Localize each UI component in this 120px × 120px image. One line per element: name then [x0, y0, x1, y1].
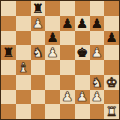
square-e8[interactable]: [60, 1, 75, 16]
square-c2[interactable]: [31, 90, 46, 105]
square-d8[interactable]: [45, 1, 60, 16]
piece-black-pawn[interactable]: ♟: [62, 16, 74, 29]
square-c3[interactable]: [31, 75, 46, 90]
square-f5[interactable]: ♚: [75, 45, 90, 60]
square-c8[interactable]: ♜: [31, 1, 46, 16]
piece-white-bishop[interactable]: ♝: [17, 60, 29, 73]
square-f1[interactable]: [75, 104, 90, 119]
square-b1[interactable]: [16, 104, 31, 119]
square-d5[interactable]: ♟: [45, 45, 60, 60]
square-g6[interactable]: [90, 31, 105, 46]
square-b3[interactable]: [16, 75, 31, 90]
piece-white-pawn[interactable]: ♟: [76, 90, 88, 103]
square-d7[interactable]: [45, 16, 60, 31]
square-b2[interactable]: [16, 90, 31, 105]
square-c5[interactable]: ♞: [31, 45, 46, 60]
piece-white-knight[interactable]: ♞: [91, 75, 103, 88]
square-b8[interactable]: [16, 1, 31, 16]
square-e7[interactable]: ♟: [60, 16, 75, 31]
square-g5[interactable]: ♟: [90, 45, 105, 60]
square-b7[interactable]: [16, 16, 31, 31]
square-e4[interactable]: [60, 60, 75, 75]
piece-black-pawn[interactable]: ♟: [76, 16, 88, 29]
square-d6[interactable]: ♟: [45, 31, 60, 46]
square-a6[interactable]: [1, 31, 16, 46]
square-e5[interactable]: [60, 45, 75, 60]
square-h8[interactable]: [104, 1, 119, 16]
square-g2[interactable]: ♟: [90, 90, 105, 105]
square-h1[interactable]: ♜: [104, 104, 119, 119]
square-f3[interactable]: [75, 75, 90, 90]
square-f4[interactable]: [75, 60, 90, 75]
square-a3[interactable]: [1, 75, 16, 90]
square-c4[interactable]: [31, 60, 46, 75]
square-e3[interactable]: [60, 75, 75, 90]
square-c1[interactable]: [31, 104, 46, 119]
square-a8[interactable]: [1, 1, 16, 16]
square-g3[interactable]: ♞: [90, 75, 105, 90]
piece-white-pawn[interactable]: ♟: [47, 46, 59, 59]
square-a5[interactable]: ♜: [1, 45, 16, 60]
square-c6[interactable]: [31, 31, 46, 46]
square-b4[interactable]: ♝: [16, 60, 31, 75]
square-d3[interactable]: [45, 75, 60, 90]
square-b5[interactable]: [16, 45, 31, 60]
square-h2[interactable]: [104, 90, 119, 105]
piece-black-king[interactable]: ♚: [76, 46, 88, 59]
square-a7[interactable]: [1, 16, 16, 31]
square-h4[interactable]: [104, 60, 119, 75]
square-g1[interactable]: [90, 104, 105, 119]
square-d2[interactable]: [45, 90, 60, 105]
square-d1[interactable]: [45, 104, 60, 119]
square-f2[interactable]: ♟: [75, 90, 90, 105]
piece-black-pawn[interactable]: ♟: [106, 31, 118, 44]
piece-black-pawn[interactable]: ♟: [47, 31, 59, 44]
square-e6[interactable]: [60, 31, 75, 46]
square-b6[interactable]: [16, 31, 31, 46]
piece-white-king[interactable]: ♚: [106, 75, 118, 88]
square-f8[interactable]: [75, 1, 90, 16]
square-e2[interactable]: ♟: [60, 90, 75, 105]
piece-black-pawn[interactable]: ♟: [91, 16, 103, 29]
square-h5[interactable]: [104, 45, 119, 60]
square-h7[interactable]: [104, 16, 119, 31]
square-g4[interactable]: [90, 60, 105, 75]
square-h6[interactable]: ♟: [104, 31, 119, 46]
piece-black-rook[interactable]: ♜: [32, 1, 44, 14]
chess-board: ♜♟♟♟♟♟♟♜♞♟♚♟♝♞♚♟♟♟♜: [0, 0, 120, 120]
square-f6[interactable]: [75, 31, 90, 46]
square-d4[interactable]: [45, 60, 60, 75]
piece-black-rook[interactable]: ♜: [3, 46, 15, 59]
square-a1[interactable]: [1, 104, 16, 119]
square-c7[interactable]: ♟: [31, 16, 46, 31]
piece-white-pawn[interactable]: ♟: [32, 16, 44, 29]
square-a2[interactable]: [1, 90, 16, 105]
square-a4[interactable]: [1, 60, 16, 75]
piece-white-pawn[interactable]: ♟: [91, 46, 103, 59]
square-g7[interactable]: ♟: [90, 16, 105, 31]
square-g8[interactable]: [90, 1, 105, 16]
piece-white-pawn[interactable]: ♟: [62, 90, 74, 103]
square-h3[interactable]: ♚: [104, 75, 119, 90]
piece-white-knight[interactable]: ♞: [32, 46, 44, 59]
piece-white-pawn[interactable]: ♟: [91, 90, 103, 103]
piece-white-rook[interactable]: ♜: [106, 105, 118, 118]
square-f7[interactable]: ♟: [75, 16, 90, 31]
square-e1[interactable]: [60, 104, 75, 119]
